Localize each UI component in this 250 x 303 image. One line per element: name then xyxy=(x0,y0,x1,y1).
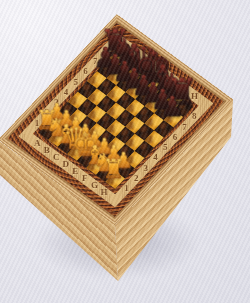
coord-glyph: H xyxy=(101,187,108,196)
black-pawn-h7[interactable]: ♟ xyxy=(160,94,185,120)
coord-glyph: 6 xyxy=(173,133,178,142)
coord-glyph: D xyxy=(63,160,70,169)
photo-scene: ABCDEFGH ABCDEFGH 87654321 87654321 ♜♞♝♛… xyxy=(0,0,250,303)
coord-glyph: 8 xyxy=(192,112,197,121)
coord-glyph: A xyxy=(34,139,41,148)
coord-glyph: 2 xyxy=(134,174,139,183)
coord-glyph: 1 xyxy=(124,184,129,193)
coord-glyph: 3 xyxy=(144,163,149,172)
coord-glyph: 5 xyxy=(74,77,79,86)
coord-glyph: G xyxy=(91,181,98,190)
white-rook-h1[interactable]: ♜ xyxy=(102,157,125,182)
coord-glyph: B xyxy=(44,146,50,155)
coord-glyph: 6 xyxy=(83,67,88,76)
coord-glyph: E xyxy=(72,167,78,176)
coord-glyph: 7 xyxy=(182,122,187,131)
coord-glyph: C xyxy=(53,153,60,162)
coord-glyph: F xyxy=(82,174,88,183)
coord-glyph: 4 xyxy=(64,88,69,97)
coord-glyph: 4 xyxy=(153,153,158,162)
coord-glyph: 5 xyxy=(163,143,168,152)
